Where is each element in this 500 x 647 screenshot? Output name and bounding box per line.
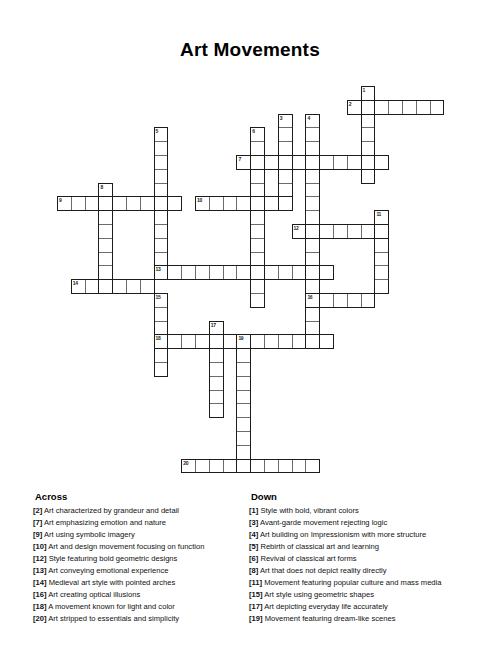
grid-cell[interactable]: [278, 459, 293, 474]
clue-number: [7]: [33, 518, 42, 527]
grid-cell[interactable]: [154, 169, 169, 184]
grid-cell[interactable]: [319, 155, 334, 170]
across-clues-section: Across [2] Art characterized by grandeur…: [33, 491, 248, 625]
grid-cell[interactable]: [333, 224, 348, 239]
grid-cell[interactable]: [278, 183, 293, 198]
grid-cell[interactable]: [374, 265, 389, 280]
grid-cell[interactable]: [250, 279, 265, 294]
clue-item-across-2: [2] Art characterized by grandeur and de…: [33, 505, 248, 517]
grid-cell[interactable]: [250, 265, 265, 280]
grid-cell[interactable]: [250, 169, 265, 184]
grid-cell[interactable]: [236, 196, 251, 211]
clue-number: [20]: [33, 614, 47, 623]
grid-cell[interactable]: [264, 459, 279, 474]
crossword-page: Art Movements 12345678910111213141516171…: [0, 0, 500, 647]
grid-cell[interactable]: [154, 321, 169, 336]
clue-number: [19]: [249, 614, 263, 623]
grid-cell[interactable]: [98, 279, 113, 294]
grid-cell[interactable]: [319, 334, 334, 349]
grid-cell[interactable]: [126, 196, 141, 211]
grid-cell[interactable]: [264, 155, 279, 170]
grid-cell[interactable]: [250, 334, 265, 349]
grid-cell[interactable]: [347, 155, 362, 170]
grid-cell[interactable]: [223, 196, 238, 211]
clue-number: [17]: [249, 602, 263, 611]
grid-cell[interactable]: [140, 279, 155, 294]
grid-cell[interactable]: [250, 155, 265, 170]
grid-cell[interactable]: [195, 265, 210, 280]
grid-cell[interactable]: [209, 390, 224, 405]
grid-cell[interactable]: [154, 141, 169, 156]
grid-cell[interactable]: 12: [292, 224, 307, 239]
grid-cell[interactable]: [374, 155, 389, 170]
grid-cell[interactable]: 17: [209, 321, 224, 336]
grid-cell[interactable]: [154, 307, 169, 322]
clue-item-across-14: [14] Medieval art style with pointed arc…: [33, 577, 248, 589]
clue-item-down-19: [19] Movement featuring dream-like scene…: [249, 613, 494, 625]
clue-number: [15]: [249, 590, 263, 599]
grid-cell[interactable]: [167, 265, 182, 280]
grid-cell[interactable]: [250, 196, 265, 211]
grid-cell[interactable]: [223, 334, 238, 349]
grid-cell[interactable]: [167, 334, 182, 349]
grid-cell[interactable]: 1: [361, 86, 376, 101]
crossword-grid: 1234567891011121314151617181920: [57, 86, 444, 473]
grid-cell[interactable]: 4: [305, 114, 320, 129]
grid-cell[interactable]: [305, 459, 320, 474]
grid-cell[interactable]: [112, 279, 127, 294]
grid-cell[interactable]: [305, 265, 320, 280]
clue-number: [4]: [249, 530, 258, 539]
clue-item-down-8: [8] Art that does not depict reality dir…: [249, 565, 494, 577]
clue-number: [14]: [33, 578, 47, 587]
grid-cell[interactable]: [236, 265, 251, 280]
grid-cell[interactable]: [361, 224, 376, 239]
grid-cell[interactable]: [305, 127, 320, 142]
clue-item-across-16: [16] Art creating optical illusions: [33, 589, 248, 601]
grid-cell[interactable]: [278, 196, 293, 211]
cell-number: 3: [280, 115, 282, 121]
grid-cell[interactable]: [305, 321, 320, 336]
cell-number: 19: [238, 335, 243, 341]
grid-cell[interactable]: [319, 224, 334, 239]
grid-cell[interactable]: [98, 252, 113, 267]
grid-cell[interactable]: [85, 279, 100, 294]
clue-number: [2]: [33, 506, 42, 515]
grid-cell[interactable]: [236, 431, 251, 446]
grid-cell[interactable]: 7: [236, 155, 251, 170]
grid-cell[interactable]: 19: [236, 334, 251, 349]
grid-cell[interactable]: [181, 265, 196, 280]
clue-number: [3]: [249, 518, 258, 527]
grid-cell[interactable]: [209, 348, 224, 363]
clue-item-down-15: [15] Art style using geometric shapes: [249, 589, 494, 601]
grid-cell[interactable]: [71, 196, 86, 211]
clue-number: [16]: [33, 590, 47, 599]
clue-item-across-18: [18] A movement known for light and colo…: [33, 601, 248, 613]
grid-cell[interactable]: [361, 169, 376, 184]
grid-cell[interactable]: [292, 155, 307, 170]
cell-number: 1: [363, 87, 365, 93]
grid-cell[interactable]: [416, 100, 431, 115]
grid-cell[interactable]: [154, 238, 169, 253]
grid-cell[interactable]: 13: [154, 265, 169, 280]
clue-item-across-20: [20] Art stripped to essentials and simp…: [33, 613, 248, 625]
grid-cell[interactable]: [154, 252, 169, 267]
clue-item-across-10: [10] Art and design movement focusing on…: [33, 541, 248, 553]
grid-cell[interactable]: [140, 196, 155, 211]
grid-cell[interactable]: [361, 100, 376, 115]
grid-cell[interactable]: [209, 376, 224, 391]
grid-cell[interactable]: [236, 390, 251, 405]
grid-cell[interactable]: [333, 155, 348, 170]
grid-cell[interactable]: [430, 100, 445, 115]
clue-item-down-11: [11] Movement featuring popular culture …: [249, 577, 494, 589]
grid-cell[interactable]: [250, 183, 265, 198]
grid-cell[interactable]: [98, 210, 113, 225]
grid-cell[interactable]: [250, 238, 265, 253]
clue-number: [9]: [33, 530, 42, 539]
grid-cell[interactable]: 11: [374, 210, 389, 225]
cell-number: 13: [156, 266, 161, 272]
cell-number: 6: [252, 128, 254, 134]
grid-cell[interactable]: [347, 224, 362, 239]
grid-cell[interactable]: [85, 196, 100, 211]
clue-number: [10]: [33, 542, 47, 551]
grid-cell[interactable]: [209, 196, 224, 211]
grid-cell[interactable]: [250, 224, 265, 239]
clue-item-down-4: [4] Art building on Impressionism with m…: [249, 529, 494, 541]
grid-cell[interactable]: [250, 459, 265, 474]
cell-number: 11: [376, 211, 381, 217]
grid-cell[interactable]: 9: [57, 196, 72, 211]
down-clues-section: Down [1] Style with bold, vibrant colors…: [249, 491, 494, 625]
clue-number: [8]: [249, 566, 258, 575]
grid-cell[interactable]: [154, 348, 169, 363]
cell-number: 5: [156, 128, 158, 134]
grid-cell[interactable]: [305, 224, 320, 239]
grid-cell[interactable]: [305, 141, 320, 156]
grid-cell[interactable]: [305, 196, 320, 211]
grid-cell[interactable]: [209, 403, 224, 418]
grid-cell[interactable]: 18: [154, 334, 169, 349]
grid-cell[interactable]: [305, 279, 320, 294]
grid-cell[interactable]: 15: [154, 293, 169, 308]
grid-cell[interactable]: [305, 307, 320, 322]
grid-cell[interactable]: [361, 155, 376, 170]
grid-cell[interactable]: [305, 252, 320, 267]
grid-cell[interactable]: [361, 114, 376, 129]
grid-cell[interactable]: [236, 348, 251, 363]
clue-number: [11]: [249, 578, 262, 587]
grid-cell[interactable]: [154, 183, 169, 198]
across-clue-list: [2] Art characterized by grandeur and de…: [33, 505, 248, 625]
grid-cell[interactable]: [305, 169, 320, 184]
grid-cell[interactable]: [264, 196, 279, 211]
cell-number: 15: [156, 294, 161, 300]
grid-cell[interactable]: [236, 376, 251, 391]
grid-cell[interactable]: [223, 459, 238, 474]
grid-cell[interactable]: [98, 265, 113, 280]
clue-item-across-12: [12] Style featuring bold geometric desi…: [33, 553, 248, 565]
grid-cell[interactable]: [154, 362, 169, 377]
grid-cell[interactable]: [278, 169, 293, 184]
clue-number: [13]: [33, 566, 47, 575]
grid-cell[interactable]: [195, 334, 210, 349]
clue-number: [18]: [33, 602, 47, 611]
cell-number: 10: [197, 197, 202, 203]
clue-item-across-13: [13] Art conveying emotional experience: [33, 565, 248, 577]
grid-cell[interactable]: [236, 459, 251, 474]
grid-cell[interactable]: [292, 265, 307, 280]
grid-cell[interactable]: [361, 293, 376, 308]
grid-cell[interactable]: [374, 279, 389, 294]
clue-number: [1]: [249, 506, 258, 515]
grid-cell[interactable]: [319, 293, 334, 308]
grid-cell[interactable]: [98, 224, 113, 239]
cell-number: 20: [183, 460, 188, 466]
grid-cell[interactable]: [209, 265, 224, 280]
grid-cell[interactable]: [347, 293, 362, 308]
down-clue-list: [1] Style with bold, vibrant colors[3] A…: [249, 505, 494, 625]
grid-cell[interactable]: [333, 293, 348, 308]
grid-cell[interactable]: [305, 210, 320, 225]
grid-cell[interactable]: 5: [154, 127, 169, 142]
grid-cell[interactable]: [98, 238, 113, 253]
grid-cell[interactable]: [250, 210, 265, 225]
cell-number: 9: [59, 197, 61, 203]
grid-cell[interactable]: [112, 196, 127, 211]
grid-cell[interactable]: [195, 459, 210, 474]
grid-cell[interactable]: [250, 252, 265, 267]
grid-cell[interactable]: [402, 100, 417, 115]
grid-cell[interactable]: [250, 141, 265, 156]
grid-cell[interactable]: [361, 141, 376, 156]
grid-cell[interactable]: [319, 265, 334, 280]
grid-cell[interactable]: [292, 334, 307, 349]
grid-cell[interactable]: [98, 196, 113, 211]
grid-cell[interactable]: 8: [98, 183, 113, 198]
clue-item-across-9: [9] Art using symbolic imagery: [33, 529, 248, 541]
grid-cell[interactable]: [236, 362, 251, 377]
grid-cell[interactable]: [209, 459, 224, 474]
grid-cell[interactable]: 16: [305, 293, 320, 308]
cell-number: 18: [156, 335, 161, 341]
grid-cell[interactable]: [305, 183, 320, 198]
grid-cell[interactable]: [278, 141, 293, 156]
grid-cell[interactable]: [278, 265, 293, 280]
grid-cell[interactable]: [236, 417, 251, 432]
clue-item-down-3: [3] Avant-garde movement rejecting logic: [249, 517, 494, 529]
grid-cell[interactable]: [264, 265, 279, 280]
grid-cell[interactable]: 10: [195, 196, 210, 211]
grid-cell[interactable]: [374, 252, 389, 267]
cell-number: 17: [211, 322, 216, 328]
clue-number: [6]: [249, 554, 258, 563]
grid-cell[interactable]: [250, 293, 265, 308]
clue-item-down-6: [6] Revival of classical art forms: [249, 553, 494, 565]
grid-cell[interactable]: [278, 155, 293, 170]
cell-number: 16: [307, 294, 312, 300]
grid-cell[interactable]: 2: [347, 100, 362, 115]
grid-cell[interactable]: [305, 334, 320, 349]
grid-cell[interactable]: 3: [278, 114, 293, 129]
grid-cell[interactable]: [264, 334, 279, 349]
grid-cell[interactable]: 14: [71, 279, 86, 294]
grid-cell[interactable]: [374, 238, 389, 253]
clue-number: [5]: [249, 542, 258, 551]
grid-cell[interactable]: [292, 459, 307, 474]
clue-item-down-17: [17] Art depicting everyday life accurat…: [249, 601, 494, 613]
cell-number: 7: [238, 156, 240, 162]
grid-cell[interactable]: [209, 362, 224, 377]
cell-number: 12: [294, 225, 299, 231]
grid-cell[interactable]: 6: [250, 127, 265, 142]
clue-item-down-5: [5] Rebirth of classical art and learnin…: [249, 541, 494, 553]
down-header: Down: [249, 491, 494, 502]
grid-cell[interactable]: [278, 334, 293, 349]
grid-cell[interactable]: [209, 334, 224, 349]
grid-cell[interactable]: [236, 445, 251, 460]
cell-number: 2: [349, 101, 351, 107]
puzzle-title: Art Movements: [0, 40, 500, 59]
across-header: Across: [33, 491, 248, 502]
clue-item-across-7: [7] Art emphasizing emotion and nature: [33, 517, 248, 529]
grid-cell[interactable]: 20: [181, 459, 196, 474]
grid-cell[interactable]: [154, 210, 169, 225]
grid-cell[interactable]: [154, 155, 169, 170]
grid-cell[interactable]: [126, 279, 141, 294]
grid-cell[interactable]: [374, 224, 389, 239]
grid-cell[interactable]: [223, 265, 238, 280]
cell-number: 14: [73, 280, 78, 286]
grid-cell[interactable]: [167, 196, 182, 211]
grid-cell[interactable]: [374, 100, 389, 115]
cell-number: 8: [100, 184, 102, 190]
cell-number: 4: [307, 115, 309, 121]
grid-cell[interactable]: [361, 127, 376, 142]
grid-cell[interactable]: [278, 127, 293, 142]
grid-cell[interactable]: [305, 238, 320, 253]
grid-cell[interactable]: [181, 334, 196, 349]
clue-item-down-1: [1] Style with bold, vibrant colors: [249, 505, 494, 517]
clue-number: [12]: [33, 554, 47, 563]
grid-cell[interactable]: [236, 403, 251, 418]
grid-cell[interactable]: [154, 196, 169, 211]
grid-cell[interactable]: [388, 100, 403, 115]
grid-cell[interactable]: [305, 155, 320, 170]
grid-cell[interactable]: [154, 224, 169, 239]
